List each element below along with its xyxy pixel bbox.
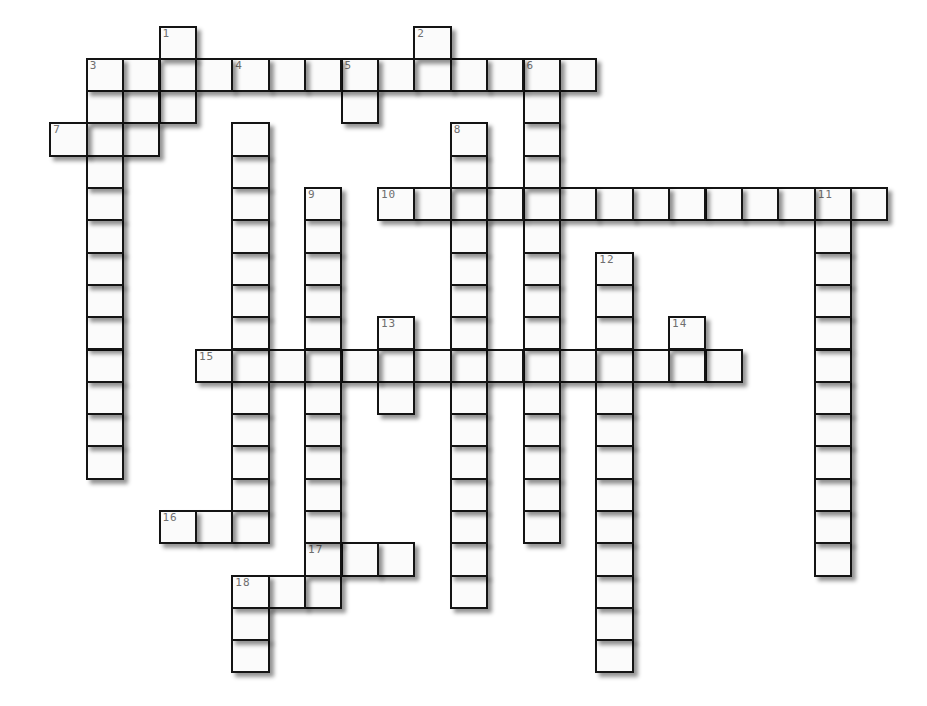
cell-r5c15[interactable] [595,187,633,221]
cell-r3c0[interactable]: 7 [49,122,87,156]
cell-r8c15[interactable] [595,284,633,318]
cell-r17c7[interactable] [304,575,342,609]
cell-r3c11[interactable]: 8 [450,122,488,156]
cell-r11c5[interactable] [231,381,269,415]
cell-r3c1[interactable] [86,122,124,156]
cell-r1c11[interactable] [450,58,488,92]
cell-r10c11[interactable] [450,349,488,383]
cell-r15c11[interactable] [450,510,488,544]
cell-r0c3[interactable]: 1 [159,26,197,60]
cell-r3c5[interactable] [231,122,269,156]
cell-r13c11[interactable] [450,445,488,479]
clue-number-12: 12 [599,254,614,266]
cell-r18c5[interactable] [231,607,269,641]
cell-r5c1[interactable] [86,187,124,221]
cell-r1c2[interactable] [122,58,160,92]
cell-r14c11[interactable] [450,478,488,512]
cell-r16c8[interactable] [341,542,379,576]
cell-r9c9[interactable]: 13 [377,316,415,350]
cell-r17c11[interactable] [450,575,488,609]
cell-r2c1[interactable] [86,90,124,124]
cell-r15c3[interactable]: 16 [159,510,197,544]
cell-r4c1[interactable] [86,155,124,189]
cell-r5c20[interactable] [777,187,815,221]
cell-r5c10[interactable] [413,187,451,221]
clue-number-11: 11 [818,189,833,201]
cell-r16c11[interactable] [450,542,488,576]
cell-r11c11[interactable] [450,381,488,415]
cell-r13c1[interactable] [86,445,124,479]
cell-r6c13[interactable] [523,219,561,253]
clue-number-14: 14 [672,318,687,330]
cell-r12c11[interactable] [450,413,488,447]
cell-r1c10[interactable] [413,58,451,92]
cell-r4c5[interactable] [231,155,269,189]
cell-r11c1[interactable] [86,381,124,415]
cell-r8c11[interactable] [450,284,488,318]
cell-r12c1[interactable] [86,413,124,447]
cell-r2c8[interactable] [341,90,379,124]
cell-r1c6[interactable] [268,58,306,92]
cell-r1c3[interactable] [159,58,197,92]
cell-r10c4[interactable]: 15 [195,349,233,383]
cell-r12c21[interactable] [814,413,852,447]
cell-r9c17[interactable]: 14 [668,316,706,350]
cell-r11c21[interactable] [814,381,852,415]
cell-r10c17[interactable] [668,349,706,383]
cell-r18c15[interactable] [595,607,633,641]
clue-number-7: 7 [53,124,61,136]
cell-r7c7[interactable] [304,252,342,286]
cell-r8c21[interactable] [814,284,852,318]
cell-r16c7[interactable]: 17 [304,542,342,576]
cell-r17c6[interactable] [268,575,306,609]
cell-r1c12[interactable] [486,58,524,92]
cell-r14c21[interactable] [814,478,852,512]
cell-r9c7[interactable] [304,316,342,350]
cell-r8c7[interactable] [304,284,342,318]
cell-r9c1[interactable] [86,316,124,350]
clue-number-8: 8 [454,124,462,136]
cell-r17c15[interactable] [595,575,633,609]
clue-number-13: 13 [381,318,396,330]
cell-r12c5[interactable] [231,413,269,447]
cell-r0c10[interactable]: 2 [413,26,451,60]
cell-r5c7[interactable]: 9 [304,187,342,221]
cell-r15c7[interactable] [304,510,342,544]
cell-r9c5[interactable] [231,316,269,350]
cell-r12c15[interactable] [595,413,633,447]
cell-r2c3[interactable] [159,90,197,124]
cell-r5c11[interactable] [450,187,488,221]
cell-r13c21[interactable] [814,445,852,479]
cell-r1c8[interactable]: 5 [341,58,379,92]
cell-r5c5[interactable] [231,187,269,221]
crossword-grid: 181716151413121110987654321 [0,0,927,706]
cell-r5c17[interactable] [668,187,706,221]
cell-r2c2[interactable] [122,90,160,124]
cell-r7c11[interactable] [450,252,488,286]
cell-r1c13[interactable]: 6 [523,58,561,92]
cell-r2c13[interactable] [523,90,561,124]
cell-r11c9[interactable] [377,381,415,415]
cell-r5c19[interactable] [741,187,779,221]
cell-r1c1[interactable]: 3 [86,58,124,92]
cell-r15c5[interactable] [231,510,269,544]
cell-r11c15[interactable] [595,381,633,415]
clue-number-3: 3 [90,60,98,72]
cell-r4c11[interactable] [450,155,488,189]
cell-r1c9[interactable] [377,58,415,92]
cell-r19c15[interactable] [595,639,633,673]
cell-r14c5[interactable] [231,478,269,512]
cell-r15c13[interactable] [523,510,561,544]
cell-r10c8[interactable] [341,349,379,383]
cell-r4c13[interactable] [523,155,561,189]
cell-r5c16[interactable] [632,187,670,221]
cell-r9c11[interactable] [450,316,488,350]
cell-r15c21[interactable] [814,510,852,544]
clue-number-18: 18 [235,577,250,589]
cell-r14c15[interactable] [595,478,633,512]
cell-r10c7[interactable] [304,349,342,383]
cell-r13c15[interactable] [595,445,633,479]
cell-r10c13[interactable] [523,349,561,383]
cell-r6c7[interactable] [304,219,342,253]
cell-r3c13[interactable] [523,122,561,156]
crossword-page: 181716151413121110987654321 [0,0,927,706]
cell-r16c9[interactable] [377,542,415,576]
cell-r7c15[interactable]: 12 [595,252,633,286]
cell-r1c7[interactable] [304,58,342,92]
cell-r11c13[interactable] [523,381,561,415]
clue-number-6: 6 [527,60,535,72]
clue-number-4: 4 [235,60,243,72]
clue-number-15: 15 [199,351,214,363]
cell-r9c13[interactable] [523,316,561,350]
cell-r6c11[interactable] [450,219,488,253]
cell-r7c5[interactable] [231,252,269,286]
cell-r13c7[interactable] [304,445,342,479]
cell-r13c5[interactable] [231,445,269,479]
cell-r12c7[interactable] [304,413,342,447]
cell-r6c5[interactable] [231,219,269,253]
clue-number-1: 1 [163,28,171,40]
cell-r9c21[interactable] [814,316,852,350]
cell-r6c1[interactable] [86,219,124,253]
cell-r10c6[interactable] [268,349,306,383]
clue-number-10: 10 [381,189,396,201]
cell-r14c13[interactable] [523,478,561,512]
cell-r5c18[interactable] [705,187,743,221]
clue-number-16: 16 [163,512,178,524]
cell-r15c15[interactable] [595,510,633,544]
cell-r10c9[interactable] [377,349,415,383]
cell-r10c10[interactable] [413,349,451,383]
cell-r5c9[interactable]: 10 [377,187,415,221]
cell-r17c5[interactable]: 18 [231,575,269,609]
cell-r14c7[interactable] [304,478,342,512]
cell-r8c1[interactable] [86,284,124,318]
cell-r7c21[interactable] [814,252,852,286]
cell-r10c16[interactable] [632,349,670,383]
cell-r7c1[interactable] [86,252,124,286]
cell-r6c21[interactable] [814,219,852,253]
cell-r10c15[interactable] [595,349,633,383]
cell-r1c5[interactable]: 4 [231,58,269,92]
cell-r5c21[interactable]: 11 [814,187,852,221]
cell-r10c18[interactable] [705,349,743,383]
cell-r15c4[interactable] [195,510,233,544]
cell-r16c21[interactable] [814,542,852,576]
clue-number-17: 17 [308,544,323,556]
cell-r10c5[interactable] [231,349,269,383]
cell-r8c5[interactable] [231,284,269,318]
clue-number-5: 5 [345,60,353,72]
cell-r8c13[interactable] [523,284,561,318]
cell-r5c14[interactable] [559,187,597,221]
cell-r10c12[interactable] [486,349,524,383]
cell-r13c13[interactable] [523,445,561,479]
cell-r1c4[interactable] [195,58,233,92]
cell-r3c2[interactable] [122,122,160,156]
cell-r10c1[interactable] [86,349,124,383]
cell-r5c12[interactable] [486,187,524,221]
cell-r16c15[interactable] [595,542,633,576]
clue-number-2: 2 [417,28,425,40]
cell-r10c21[interactable] [814,349,852,383]
cell-r12c13[interactable] [523,413,561,447]
cell-r5c22[interactable] [850,187,888,221]
cell-r11c7[interactable] [304,381,342,415]
cell-r1c14[interactable] [559,58,597,92]
cell-r10c14[interactable] [559,349,597,383]
clue-number-9: 9 [308,189,316,201]
cell-r19c5[interactable] [231,639,269,673]
cell-r9c15[interactable] [595,316,633,350]
cell-r5c13[interactable] [523,187,561,221]
cell-r7c13[interactable] [523,252,561,286]
